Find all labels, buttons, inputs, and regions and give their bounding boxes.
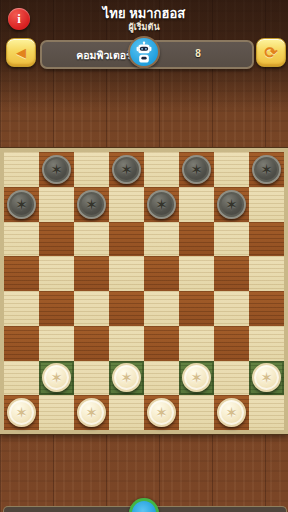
square-d8[interactable]: ✶ [109, 152, 144, 187]
back-button[interactable]: ◀ [6, 38, 36, 67]
redo-circular-arrow-icon: ⟳ [264, 45, 277, 61]
square-h1[interactable] [249, 395, 284, 430]
square-d5[interactable] [109, 256, 144, 291]
square-f4[interactable] [179, 291, 214, 326]
dark-piece-d8[interactable]: ✶ [112, 155, 141, 184]
square-c1[interactable]: ✶ [74, 395, 109, 430]
light-piece-e1[interactable]: ✶ [147, 398, 176, 427]
light-piece-f2[interactable]: ✶ [182, 363, 211, 392]
star-icon: ✶ [260, 370, 273, 385]
square-c2[interactable] [74, 361, 109, 396]
star-icon: ✶ [190, 162, 203, 177]
square-e5[interactable] [144, 256, 179, 291]
light-piece-h2[interactable]: ✶ [252, 363, 281, 392]
square-f3[interactable] [179, 326, 214, 361]
square-d4[interactable] [109, 291, 144, 326]
square-a7[interactable]: ✶ [4, 187, 39, 222]
square-h7[interactable] [249, 187, 284, 222]
difficulty-label: ผู้เริ่มต้น [0, 20, 288, 34]
square-a5[interactable] [4, 256, 39, 291]
light-piece-g1[interactable]: ✶ [217, 398, 246, 427]
light-piece-c1[interactable]: ✶ [77, 398, 106, 427]
square-g4[interactable] [214, 291, 249, 326]
square-a6[interactable] [4, 222, 39, 257]
square-d3[interactable] [109, 326, 144, 361]
square-f6[interactable] [179, 222, 214, 257]
star-icon: ✶ [120, 162, 133, 177]
square-h4[interactable] [249, 291, 284, 326]
square-b3[interactable] [39, 326, 74, 361]
light-piece-a1[interactable]: ✶ [7, 398, 36, 427]
square-d2[interactable]: ✶ [109, 361, 144, 396]
square-f8[interactable]: ✶ [179, 152, 214, 187]
square-a8[interactable] [4, 152, 39, 187]
star-icon: ✶ [225, 197, 238, 212]
light-piece-b2[interactable]: ✶ [42, 363, 71, 392]
square-e3[interactable] [144, 326, 179, 361]
square-b5[interactable] [39, 256, 74, 291]
square-a4[interactable] [4, 291, 39, 326]
square-e1[interactable]: ✶ [144, 395, 179, 430]
star-icon: ✶ [50, 370, 63, 385]
square-c5[interactable] [74, 256, 109, 291]
star-icon: ✶ [155, 197, 168, 212]
dark-piece-b8[interactable]: ✶ [42, 155, 71, 184]
square-d1[interactable] [109, 395, 144, 430]
square-e2[interactable] [144, 361, 179, 396]
square-g5[interactable] [214, 256, 249, 291]
square-d6[interactable] [109, 222, 144, 257]
square-h3[interactable] [249, 326, 284, 361]
dark-piece-g7[interactable]: ✶ [217, 190, 246, 219]
square-b1[interactable] [39, 395, 74, 430]
opponent-score: 8 [188, 48, 208, 59]
dark-piece-a7[interactable]: ✶ [7, 190, 36, 219]
star-icon: ✶ [85, 405, 98, 420]
square-h8[interactable]: ✶ [249, 152, 284, 187]
robot-icon [130, 38, 158, 66]
square-f2[interactable]: ✶ [179, 361, 214, 396]
square-f7[interactable] [179, 187, 214, 222]
square-a3[interactable] [4, 326, 39, 361]
square-g3[interactable] [214, 326, 249, 361]
star-icon: ✶ [155, 405, 168, 420]
checkers-board: ✶✶✶✶✶✶✶✶✶✶✶✶✶✶✶✶ [4, 152, 284, 430]
square-b8[interactable]: ✶ [39, 152, 74, 187]
light-piece-d2[interactable]: ✶ [112, 363, 141, 392]
square-e4[interactable] [144, 291, 179, 326]
square-h6[interactable] [249, 222, 284, 257]
square-b6[interactable] [39, 222, 74, 257]
square-h2[interactable]: ✶ [249, 361, 284, 396]
square-c3[interactable] [74, 326, 109, 361]
square-h5[interactable] [249, 256, 284, 291]
player-avatar-bottom [129, 498, 159, 512]
square-b7[interactable] [39, 187, 74, 222]
star-icon: ✶ [260, 162, 273, 177]
dark-piece-c7[interactable]: ✶ [77, 190, 106, 219]
square-c8[interactable] [74, 152, 109, 187]
square-b4[interactable] [39, 291, 74, 326]
star-icon: ✶ [190, 370, 203, 385]
back-arrow-icon: ◀ [16, 46, 26, 59]
star-icon: ✶ [85, 197, 98, 212]
dark-piece-h8[interactable]: ✶ [252, 155, 281, 184]
game-screen: i ไทย หมากฮอส ผู้เริ่มต้น ◀ คอมพิวเตอร์ … [0, 0, 288, 512]
dark-piece-f8[interactable]: ✶ [182, 155, 211, 184]
square-g8[interactable] [214, 152, 249, 187]
undo-redo-button[interactable]: ⟳ [256, 38, 286, 67]
square-c7[interactable]: ✶ [74, 187, 109, 222]
square-f1[interactable] [179, 395, 214, 430]
star-icon: ✶ [120, 370, 133, 385]
square-g7[interactable]: ✶ [214, 187, 249, 222]
robot-avatar [128, 36, 160, 68]
square-b2[interactable]: ✶ [39, 361, 74, 396]
square-a1[interactable]: ✶ [4, 395, 39, 430]
square-c6[interactable] [74, 222, 109, 257]
square-a2[interactable] [4, 361, 39, 396]
square-e6[interactable] [144, 222, 179, 257]
square-e8[interactable] [144, 152, 179, 187]
square-e7[interactable]: ✶ [144, 187, 179, 222]
square-g1[interactable]: ✶ [214, 395, 249, 430]
star-icon: ✶ [15, 405, 28, 420]
star-icon: ✶ [50, 162, 63, 177]
board-frame: ✶✶✶✶✶✶✶✶✶✶✶✶✶✶✶✶ [0, 148, 288, 434]
square-d7[interactable] [109, 187, 144, 222]
square-c4[interactable] [74, 291, 109, 326]
square-g2[interactable] [214, 361, 249, 396]
dark-piece-e7[interactable]: ✶ [147, 190, 176, 219]
star-icon: ✶ [225, 405, 238, 420]
star-icon: ✶ [15, 197, 28, 212]
square-g6[interactable] [214, 222, 249, 257]
square-f5[interactable] [179, 256, 214, 291]
